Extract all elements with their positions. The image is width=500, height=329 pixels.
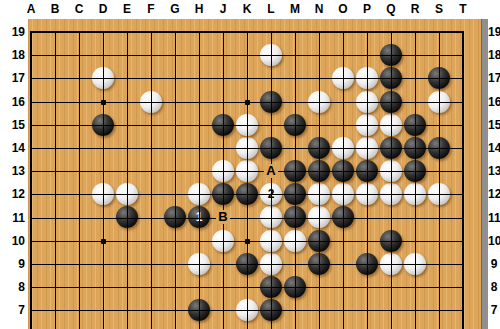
grid-line-horizontal-18 <box>30 55 464 56</box>
row-label-right-19: 19 <box>488 25 500 39</box>
col-label-N: N <box>311 2 327 16</box>
row-label-left-12: 12 <box>2 187 25 201</box>
grid-line-vertical-Q <box>391 31 392 329</box>
grid-line-vertical-E <box>127 31 128 329</box>
star-point-K16 <box>245 100 250 105</box>
row-label-left-9: 9 <box>2 257 25 271</box>
row-label-right-8: 8 <box>488 280 500 294</box>
row-label-right-10: 10 <box>488 234 500 248</box>
col-label-R: R <box>407 2 423 16</box>
row-label-right-7: 7 <box>488 303 500 317</box>
col-label-M: M <box>287 2 303 16</box>
row-label-left-18: 18 <box>2 48 25 62</box>
col-label-G: G <box>167 2 183 16</box>
grid-line-vertical-J <box>223 31 224 329</box>
grid-line-vertical-T <box>462 31 464 329</box>
grid-line-vertical-H <box>199 31 200 329</box>
grid-line-vertical-B <box>55 31 56 329</box>
row-label-left-15: 15 <box>2 118 25 132</box>
col-label-H: H <box>191 2 207 16</box>
grid-line-horizontal-8 <box>30 287 464 288</box>
grid-line-horizontal-17 <box>30 78 464 79</box>
grid-line-horizontal-7 <box>30 310 464 311</box>
grid-line-horizontal-12 <box>30 194 464 195</box>
col-label-A: A <box>23 2 39 16</box>
col-label-F: F <box>143 2 159 16</box>
star-point-D10 <box>101 239 106 244</box>
row-label-right-13: 13 <box>488 164 500 178</box>
row-label-left-11: 11 <box>2 211 25 225</box>
grid-line-vertical-G <box>175 31 176 329</box>
point-label-A-L13: A <box>264 164 277 178</box>
col-label-D: D <box>95 2 111 16</box>
row-label-right-15: 15 <box>488 118 500 132</box>
row-label-left-17: 17 <box>2 71 25 85</box>
col-label-E: E <box>119 2 135 16</box>
grid-line-vertical-K <box>247 31 248 329</box>
row-label-right-9: 9 <box>488 257 500 271</box>
grid-line-vertical-S <box>439 31 440 329</box>
row-label-right-12: 12 <box>488 187 500 201</box>
row-label-left-10: 10 <box>2 234 25 248</box>
row-label-left-13: 13 <box>2 164 25 178</box>
grid-line-vertical-M <box>295 31 296 329</box>
row-label-right-17: 17 <box>488 71 500 85</box>
row-label-right-11: 11 <box>488 211 500 225</box>
grid-line-vertical-L <box>271 31 272 329</box>
col-label-K: K <box>239 2 255 16</box>
grid-line-horizontal-11 <box>30 218 464 219</box>
row-label-right-16: 16 <box>488 95 500 109</box>
col-label-S: S <box>431 2 447 16</box>
row-label-left-16: 16 <box>2 95 25 109</box>
grid-line-horizontal-19 <box>30 31 464 33</box>
grid-line-horizontal-14 <box>30 148 464 149</box>
grid-line-vertical-A <box>30 31 32 329</box>
row-label-left-14: 14 <box>2 141 25 155</box>
grid-line-vertical-D <box>103 31 104 329</box>
row-label-right-14: 14 <box>488 141 500 155</box>
col-label-L: L <box>263 2 279 16</box>
col-label-B: B <box>47 2 63 16</box>
star-point-K10 <box>245 239 250 244</box>
grid-line-horizontal-15 <box>30 125 464 126</box>
row-label-right-18: 18 <box>488 48 500 62</box>
grid-line-vertical-N <box>319 31 320 329</box>
point-label-B-J11: B <box>216 210 229 224</box>
col-label-J: J <box>215 2 231 16</box>
go-diagram: 12AB ABCDEFGHJKLMNOPQRST1919181817171616… <box>0 0 500 329</box>
grid-line-vertical-F <box>151 31 152 329</box>
col-label-C: C <box>71 2 87 16</box>
star-point-D16 <box>101 100 106 105</box>
col-label-Q: Q <box>383 2 399 16</box>
grid-line-vertical-O <box>343 31 344 329</box>
col-label-T: T <box>455 2 471 16</box>
grid-line-horizontal-9 <box>30 264 464 265</box>
grid-line-vertical-C <box>79 31 80 329</box>
row-label-left-7: 7 <box>2 303 25 317</box>
col-label-O: O <box>335 2 351 16</box>
grid-line-vertical-R <box>415 31 416 329</box>
row-label-left-8: 8 <box>2 280 25 294</box>
col-label-P: P <box>359 2 375 16</box>
board-right-edge-strip <box>481 19 488 329</box>
grid-line-horizontal-13 <box>30 171 464 172</box>
grid-line-vertical-P <box>367 31 368 329</box>
row-label-left-19: 19 <box>2 25 25 39</box>
